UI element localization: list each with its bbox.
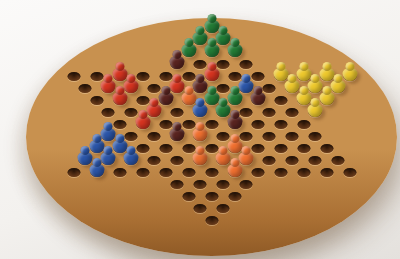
board-row-11 xyxy=(62,154,361,166)
slot-r16-c0 xyxy=(200,214,223,226)
slot-r8-c8 xyxy=(292,118,315,130)
board-row-12 xyxy=(62,166,361,178)
slot-r11-c4 xyxy=(166,154,189,166)
hole xyxy=(286,108,299,117)
hole xyxy=(274,120,287,129)
hole xyxy=(113,168,126,177)
slot-r12-c5 xyxy=(177,166,200,178)
hole xyxy=(159,72,172,81)
peg-green[interactable] xyxy=(216,104,231,117)
hole xyxy=(286,156,299,165)
hole xyxy=(205,120,218,129)
slot-r11-c8 xyxy=(258,154,281,166)
hole xyxy=(205,192,218,201)
hole xyxy=(309,132,322,141)
board-row-9 xyxy=(62,130,361,142)
hole xyxy=(182,192,195,201)
slot-r12-c9 xyxy=(269,166,292,178)
hole xyxy=(343,168,356,177)
hole xyxy=(274,144,287,153)
hole xyxy=(67,72,80,81)
slot-r8-c7 xyxy=(269,118,292,130)
hole xyxy=(251,168,264,177)
hole xyxy=(217,180,230,189)
board-row-2 xyxy=(62,46,361,58)
peg-orange[interactable] xyxy=(193,152,208,165)
hole xyxy=(136,144,149,153)
slot-r4-c0 xyxy=(62,70,85,82)
peg-orange[interactable] xyxy=(193,128,208,141)
slot-r9-c3 xyxy=(166,130,189,142)
hole xyxy=(217,84,230,93)
slot-r11-c5 xyxy=(189,154,212,166)
slot-r7-c4 xyxy=(189,106,212,118)
hole xyxy=(113,120,126,129)
peg-red[interactable] xyxy=(101,80,116,93)
slot-r10-c9 xyxy=(292,142,315,154)
hole xyxy=(251,144,264,153)
slot-r3-c3 xyxy=(235,58,258,70)
board-row-0 xyxy=(62,22,361,34)
slot-r12-c3 xyxy=(131,166,154,178)
peg-orange[interactable] xyxy=(216,152,231,165)
slot-r5-c0 xyxy=(74,82,97,94)
peg-maroon[interactable] xyxy=(170,56,185,69)
slot-r12-c7 xyxy=(223,166,246,178)
peg-red[interactable] xyxy=(124,80,139,93)
hole xyxy=(228,72,241,81)
slot-r9-c8 xyxy=(281,130,304,142)
slot-r7-c8 xyxy=(281,106,304,118)
peg-blue[interactable] xyxy=(78,152,93,165)
hole xyxy=(217,60,230,69)
slot-r11-c3 xyxy=(143,154,166,166)
slot-r11-c10 xyxy=(304,154,327,166)
slot-r12-c10 xyxy=(292,166,315,178)
board-row-14 xyxy=(62,190,361,202)
peg-orange[interactable] xyxy=(239,152,254,165)
slot-r15-c1 xyxy=(212,202,235,214)
hole xyxy=(217,132,230,141)
peg-yellow[interactable] xyxy=(308,104,323,117)
hole xyxy=(263,84,276,93)
hole xyxy=(240,60,253,69)
slot-r15-c0 xyxy=(189,202,212,214)
slot-r13-c0 xyxy=(166,178,189,190)
hole xyxy=(274,168,287,177)
slot-r9-c2 xyxy=(143,130,166,142)
peg-maroon[interactable] xyxy=(193,80,208,93)
hole xyxy=(148,84,161,93)
hole xyxy=(286,132,299,141)
slot-r6-c1 xyxy=(108,94,131,106)
hole xyxy=(182,144,195,153)
hole xyxy=(159,120,172,129)
peg-green[interactable] xyxy=(193,32,208,45)
slot-r3-c0 xyxy=(166,58,189,70)
hole xyxy=(125,132,138,141)
peg-blue[interactable] xyxy=(193,104,208,117)
hole xyxy=(297,168,310,177)
slot-r2-c1 xyxy=(200,46,223,58)
hole xyxy=(182,72,195,81)
peg-maroon[interactable] xyxy=(170,128,185,141)
hole xyxy=(125,108,138,117)
slot-r9-c9 xyxy=(304,130,327,142)
slot-r2-c2 xyxy=(223,46,246,58)
hole xyxy=(309,156,322,165)
slot-r13-c2 xyxy=(212,178,235,190)
slot-r11-c9 xyxy=(281,154,304,166)
slot-r6-c7 xyxy=(246,94,269,106)
board-star xyxy=(62,22,361,226)
hole xyxy=(240,180,253,189)
peg-red[interactable] xyxy=(170,80,185,93)
photo-scene xyxy=(0,0,400,259)
slot-r12-c8 xyxy=(246,166,269,178)
peg-yellow[interactable] xyxy=(331,80,346,93)
hole xyxy=(136,96,149,105)
hole xyxy=(297,144,310,153)
peg-yellow[interactable] xyxy=(308,80,323,93)
peg-red[interactable] xyxy=(147,104,162,117)
board-row-7 xyxy=(62,106,361,118)
slot-r6-c8 xyxy=(269,94,292,106)
hole xyxy=(171,108,184,117)
slot-r13-c3 xyxy=(235,178,258,190)
hole xyxy=(320,144,333,153)
hole xyxy=(205,144,218,153)
hole xyxy=(90,72,103,81)
hole xyxy=(251,72,264,81)
hole xyxy=(182,120,195,129)
slot-r14-c2 xyxy=(223,190,246,202)
hole xyxy=(159,168,172,177)
slot-r9-c4 xyxy=(189,130,212,142)
hole xyxy=(228,192,241,201)
slot-r8-c1 xyxy=(131,118,154,130)
hole xyxy=(274,96,287,105)
hole xyxy=(136,72,149,81)
peg-green[interactable] xyxy=(216,32,231,45)
hole xyxy=(182,168,195,177)
hole xyxy=(67,168,80,177)
slot-r14-c1 xyxy=(200,190,223,202)
slot-r9-c7 xyxy=(258,130,281,142)
hole xyxy=(263,132,276,141)
hole xyxy=(159,144,172,153)
hole xyxy=(217,204,230,213)
slot-r13-c1 xyxy=(189,178,212,190)
hole xyxy=(194,204,207,213)
slot-r7-c0 xyxy=(97,106,120,118)
hole xyxy=(90,96,103,105)
peg-yellow[interactable] xyxy=(285,80,300,93)
hole xyxy=(263,108,276,117)
slot-r12-c2 xyxy=(108,166,131,178)
hole xyxy=(240,132,253,141)
peg-blue[interactable] xyxy=(239,80,254,93)
hole xyxy=(320,168,333,177)
slot-r10-c8 xyxy=(269,142,292,154)
hole xyxy=(194,60,207,69)
hole xyxy=(194,180,207,189)
board-row-13 xyxy=(62,178,361,190)
hole xyxy=(171,156,184,165)
slot-r6-c0 xyxy=(85,94,108,106)
hole xyxy=(263,156,276,165)
chinese-checkers-board xyxy=(28,10,395,248)
hole xyxy=(297,120,310,129)
slot-r11-c2 xyxy=(120,154,143,166)
peg-blue[interactable] xyxy=(124,152,139,165)
slot-r12-c0 xyxy=(62,166,85,178)
board-row-15 xyxy=(62,202,361,214)
slot-r12-c11 xyxy=(315,166,338,178)
hole xyxy=(136,168,149,177)
peg-blue[interactable] xyxy=(101,128,116,141)
hole xyxy=(171,180,184,189)
hole xyxy=(332,156,345,165)
hole xyxy=(240,108,253,117)
slot-r8-c6 xyxy=(246,118,269,130)
hole xyxy=(205,216,218,225)
slot-r14-c0 xyxy=(177,190,200,202)
slot-r12-c12 xyxy=(338,166,361,178)
peg-blue[interactable] xyxy=(101,152,116,165)
hole xyxy=(102,108,115,117)
board-row-16 xyxy=(62,214,361,226)
hole xyxy=(79,84,92,93)
hole xyxy=(148,156,161,165)
slot-r7-c9 xyxy=(304,106,327,118)
slot-r10-c10 xyxy=(315,142,338,154)
slot-r7-c7 xyxy=(258,106,281,118)
hole xyxy=(148,132,161,141)
hole xyxy=(251,120,264,129)
slot-r12-c4 xyxy=(154,166,177,178)
slot-r8-c5 xyxy=(223,118,246,130)
hole xyxy=(205,168,218,177)
slot-r12-c1 xyxy=(85,166,108,178)
slot-r12-c6 xyxy=(200,166,223,178)
slot-r7-c3 xyxy=(166,106,189,118)
slot-r10-c3 xyxy=(154,142,177,154)
slot-r11-c11 xyxy=(327,154,350,166)
